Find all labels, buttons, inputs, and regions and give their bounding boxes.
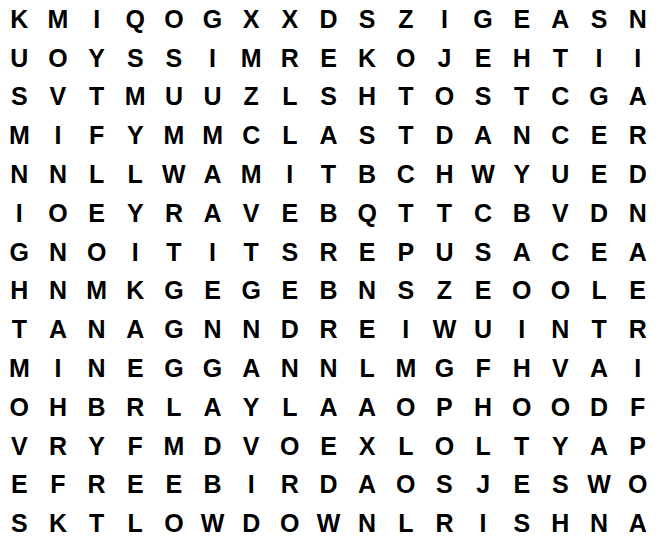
- grid-cell[interactable]: N: [0, 155, 39, 194]
- grid-cell[interactable]: N: [348, 504, 387, 543]
- grid-cell[interactable]: H: [502, 39, 541, 78]
- grid-cell[interactable]: A: [309, 388, 348, 427]
- grid-cell[interactable]: E: [309, 427, 348, 466]
- grid-cell[interactable]: A: [618, 504, 657, 543]
- grid-cell[interactable]: T: [502, 78, 541, 117]
- grid-cell[interactable]: N: [193, 310, 232, 349]
- grid-cell[interactable]: A: [116, 310, 155, 349]
- grid-cell[interactable]: S: [425, 465, 464, 504]
- grid-cell[interactable]: E: [348, 310, 387, 349]
- grid-cell[interactable]: N: [541, 310, 580, 349]
- grid-cell[interactable]: I: [39, 349, 78, 388]
- grid-cell[interactable]: S: [386, 271, 425, 310]
- grid-cell[interactable]: A: [348, 388, 387, 427]
- grid-cell[interactable]: Q: [116, 0, 155, 39]
- grid-cell[interactable]: I: [502, 310, 541, 349]
- grid-cell[interactable]: O: [77, 233, 116, 272]
- grid-cell[interactable]: D: [232, 504, 271, 543]
- grid-cell[interactable]: E: [116, 349, 155, 388]
- grid-cell[interactable]: I: [77, 0, 116, 39]
- grid-cell[interactable]: E: [116, 465, 155, 504]
- grid-cell[interactable]: O: [271, 427, 310, 466]
- grid-cell[interactable]: Y: [77, 39, 116, 78]
- grid-cell[interactable]: A: [193, 194, 232, 233]
- grid-cell[interactable]: I: [618, 349, 657, 388]
- grid-cell[interactable]: G: [193, 0, 232, 39]
- grid-cell[interactable]: E: [77, 194, 116, 233]
- grid-cell[interactable]: R: [271, 465, 310, 504]
- grid-cell[interactable]: M: [116, 78, 155, 117]
- grid-cell[interactable]: X: [271, 0, 310, 39]
- grid-cell[interactable]: L: [116, 155, 155, 194]
- grid-cell[interactable]: T: [541, 39, 580, 78]
- grid-cell[interactable]: E: [464, 271, 503, 310]
- grid-cell[interactable]: M: [77, 271, 116, 310]
- grid-cell[interactable]: I: [386, 310, 425, 349]
- grid-cell[interactable]: E: [580, 155, 619, 194]
- grid-cell[interactable]: N: [309, 349, 348, 388]
- grid-cell[interactable]: O: [0, 388, 39, 427]
- grid-cell[interactable]: D: [193, 427, 232, 466]
- grid-cell[interactable]: N: [39, 271, 78, 310]
- grid-cell[interactable]: E: [502, 0, 541, 39]
- grid-cell[interactable]: O: [541, 271, 580, 310]
- grid-cell[interactable]: D: [618, 155, 657, 194]
- grid-cell[interactable]: Y: [502, 155, 541, 194]
- grid-cell[interactable]: K: [116, 271, 155, 310]
- grid-cell[interactable]: Z: [386, 0, 425, 39]
- grid-cell[interactable]: E: [502, 465, 541, 504]
- grid-cell[interactable]: C: [541, 116, 580, 155]
- grid-cell[interactable]: I: [193, 233, 232, 272]
- grid-cell[interactable]: I: [580, 39, 619, 78]
- grid-cell[interactable]: F: [464, 349, 503, 388]
- grid-cell[interactable]: G: [155, 349, 194, 388]
- grid-cell[interactable]: P: [618, 427, 657, 466]
- grid-cell[interactable]: U: [464, 310, 503, 349]
- grid-cell[interactable]: G: [580, 78, 619, 117]
- grid-cell[interactable]: D: [425, 116, 464, 155]
- grid-cell[interactable]: L: [386, 427, 425, 466]
- grid-cell[interactable]: O: [271, 504, 310, 543]
- grid-cell[interactable]: L: [271, 78, 310, 117]
- grid-cell[interactable]: X: [348, 427, 387, 466]
- grid-cell[interactable]: D: [309, 465, 348, 504]
- grid-cell[interactable]: N: [618, 194, 657, 233]
- grid-cell[interactable]: T: [309, 155, 348, 194]
- grid-cell[interactable]: L: [464, 427, 503, 466]
- grid-cell[interactable]: Y: [116, 116, 155, 155]
- grid-cell[interactable]: L: [116, 504, 155, 543]
- grid-cell[interactable]: O: [425, 78, 464, 117]
- grid-cell[interactable]: L: [386, 504, 425, 543]
- grid-cell[interactable]: S: [271, 233, 310, 272]
- grid-cell[interactable]: B: [348, 155, 387, 194]
- grid-cell[interactable]: M: [155, 427, 194, 466]
- grid-cell[interactable]: U: [425, 233, 464, 272]
- grid-cell[interactable]: T: [386, 116, 425, 155]
- grid-cell[interactable]: A: [464, 116, 503, 155]
- grid-cell[interactable]: C: [232, 116, 271, 155]
- grid-cell[interactable]: N: [618, 0, 657, 39]
- grid-cell[interactable]: G: [0, 233, 39, 272]
- grid-cell[interactable]: T: [77, 78, 116, 117]
- grid-cell[interactable]: E: [580, 233, 619, 272]
- grid-cell[interactable]: E: [348, 233, 387, 272]
- grid-cell[interactable]: S: [580, 0, 619, 39]
- grid-cell[interactable]: T: [580, 310, 619, 349]
- grid-cell[interactable]: T: [0, 310, 39, 349]
- grid-cell[interactable]: P: [386, 233, 425, 272]
- grid-cell[interactable]: B: [309, 271, 348, 310]
- grid-cell[interactable]: R: [39, 427, 78, 466]
- grid-cell[interactable]: L: [271, 116, 310, 155]
- grid-cell[interactable]: W: [155, 155, 194, 194]
- grid-cell[interactable]: M: [193, 116, 232, 155]
- grid-cell[interactable]: I: [618, 39, 657, 78]
- grid-cell[interactable]: A: [39, 310, 78, 349]
- grid-cell[interactable]: E: [309, 39, 348, 78]
- grid-cell[interactable]: V: [541, 194, 580, 233]
- grid-cell[interactable]: R: [309, 233, 348, 272]
- grid-cell[interactable]: A: [348, 465, 387, 504]
- grid-cell[interactable]: E: [580, 116, 619, 155]
- grid-cell[interactable]: O: [502, 271, 541, 310]
- grid-cell[interactable]: Z: [232, 78, 271, 117]
- grid-cell[interactable]: A: [309, 116, 348, 155]
- grid-cell[interactable]: G: [464, 0, 503, 39]
- grid-cell[interactable]: V: [39, 78, 78, 117]
- grid-cell[interactable]: U: [0, 39, 39, 78]
- grid-cell[interactable]: S: [116, 39, 155, 78]
- grid-cell[interactable]: E: [0, 465, 39, 504]
- grid-cell[interactable]: V: [232, 427, 271, 466]
- grid-cell[interactable]: G: [155, 310, 194, 349]
- grid-cell[interactable]: B: [502, 194, 541, 233]
- grid-cell[interactable]: Y: [77, 427, 116, 466]
- grid-cell[interactable]: L: [271, 388, 310, 427]
- grid-cell[interactable]: S: [155, 39, 194, 78]
- grid-cell[interactable]: O: [618, 465, 657, 504]
- grid-cell[interactable]: N: [271, 349, 310, 388]
- grid-cell[interactable]: M: [0, 116, 39, 155]
- grid-cell[interactable]: N: [232, 310, 271, 349]
- grid-cell[interactable]: O: [386, 465, 425, 504]
- grid-cell[interactable]: O: [155, 504, 194, 543]
- grid-cell[interactable]: T: [386, 78, 425, 117]
- grid-cell[interactable]: N: [580, 504, 619, 543]
- grid-cell[interactable]: E: [271, 194, 310, 233]
- grid-cell[interactable]: G: [193, 349, 232, 388]
- grid-cell[interactable]: Q: [348, 194, 387, 233]
- grid-cell[interactable]: A: [618, 78, 657, 117]
- grid-cell[interactable]: R: [425, 504, 464, 543]
- grid-cell[interactable]: G: [232, 271, 271, 310]
- grid-cell[interactable]: S: [0, 504, 39, 543]
- grid-cell[interactable]: X: [232, 0, 271, 39]
- grid-cell[interactable]: B: [309, 194, 348, 233]
- grid-cell[interactable]: L: [77, 155, 116, 194]
- grid-cell[interactable]: W: [580, 465, 619, 504]
- grid-cell[interactable]: I: [193, 39, 232, 78]
- grid-cell[interactable]: H: [39, 388, 78, 427]
- grid-cell[interactable]: A: [232, 349, 271, 388]
- grid-cell[interactable]: T: [77, 504, 116, 543]
- grid-cell[interactable]: S: [502, 504, 541, 543]
- grid-cell[interactable]: A: [580, 427, 619, 466]
- grid-cell[interactable]: A: [193, 388, 232, 427]
- grid-cell[interactable]: E: [618, 271, 657, 310]
- grid-cell[interactable]: I: [0, 194, 39, 233]
- grid-cell[interactable]: L: [348, 349, 387, 388]
- grid-cell[interactable]: K: [39, 504, 78, 543]
- grid-cell[interactable]: E: [155, 465, 194, 504]
- grid-cell[interactable]: D: [580, 194, 619, 233]
- grid-cell[interactable]: I: [464, 504, 503, 543]
- grid-cell[interactable]: K: [0, 0, 39, 39]
- grid-cell[interactable]: K: [348, 39, 387, 78]
- grid-cell[interactable]: S: [348, 0, 387, 39]
- grid-cell[interactable]: H: [348, 78, 387, 117]
- grid-cell[interactable]: L: [155, 388, 194, 427]
- grid-cell[interactable]: O: [541, 388, 580, 427]
- grid-cell[interactable]: R: [618, 116, 657, 155]
- grid-cell[interactable]: U: [541, 155, 580, 194]
- grid-cell[interactable]: N: [77, 349, 116, 388]
- grid-cell[interactable]: C: [541, 233, 580, 272]
- grid-cell[interactable]: R: [271, 39, 310, 78]
- grid-cell[interactable]: A: [193, 155, 232, 194]
- grid-cell[interactable]: A: [541, 0, 580, 39]
- grid-cell[interactable]: I: [425, 0, 464, 39]
- grid-cell[interactable]: R: [116, 388, 155, 427]
- grid-cell[interactable]: D: [309, 0, 348, 39]
- grid-cell[interactable]: M: [232, 155, 271, 194]
- grid-cell[interactable]: A: [618, 233, 657, 272]
- grid-cell[interactable]: C: [541, 78, 580, 117]
- grid-cell[interactable]: S: [464, 78, 503, 117]
- grid-cell[interactable]: S: [0, 78, 39, 117]
- grid-cell[interactable]: I: [116, 233, 155, 272]
- grid-cell[interactable]: E: [193, 271, 232, 310]
- grid-cell[interactable]: I: [39, 116, 78, 155]
- grid-cell[interactable]: A: [580, 349, 619, 388]
- grid-cell[interactable]: R: [77, 465, 116, 504]
- grid-cell[interactable]: P: [425, 388, 464, 427]
- grid-cell[interactable]: W: [309, 504, 348, 543]
- grid-cell[interactable]: J: [464, 465, 503, 504]
- grid-cell[interactable]: S: [464, 233, 503, 272]
- grid-cell[interactable]: N: [39, 155, 78, 194]
- grid-cell[interactable]: Y: [232, 388, 271, 427]
- grid-cell[interactable]: Z: [425, 271, 464, 310]
- grid-cell[interactable]: F: [116, 427, 155, 466]
- grid-cell[interactable]: O: [155, 0, 194, 39]
- grid-cell[interactable]: H: [425, 155, 464, 194]
- grid-cell[interactable]: S: [348, 116, 387, 155]
- grid-cell[interactable]: V: [0, 427, 39, 466]
- grid-cell[interactable]: A: [502, 233, 541, 272]
- grid-cell[interactable]: N: [502, 116, 541, 155]
- word-search-grid: KMIQOGXXDSZIGEASNUOYSSIMREKOJEHTIISVTMUU…: [0, 0, 657, 543]
- grid-cell[interactable]: F: [39, 465, 78, 504]
- grid-cell[interactable]: C: [464, 194, 503, 233]
- grid-cell[interactable]: B: [77, 388, 116, 427]
- grid-cell[interactable]: W: [425, 310, 464, 349]
- grid-cell[interactable]: W: [464, 155, 503, 194]
- grid-cell[interactable]: Y: [116, 194, 155, 233]
- grid-cell[interactable]: W: [193, 504, 232, 543]
- grid-cell[interactable]: V: [541, 349, 580, 388]
- grid-cell[interactable]: M: [155, 116, 194, 155]
- grid-cell[interactable]: V: [232, 194, 271, 233]
- grid-cell[interactable]: R: [618, 310, 657, 349]
- grid-cell[interactable]: Y: [541, 427, 580, 466]
- grid-cell[interactable]: M: [232, 39, 271, 78]
- grid-cell[interactable]: H: [0, 271, 39, 310]
- grid-cell[interactable]: C: [386, 155, 425, 194]
- grid-cell[interactable]: H: [541, 504, 580, 543]
- grid-cell[interactable]: M: [386, 349, 425, 388]
- grid-cell[interactable]: M: [39, 0, 78, 39]
- grid-cell[interactable]: F: [77, 116, 116, 155]
- grid-cell[interactable]: T: [386, 194, 425, 233]
- grid-cell[interactable]: G: [155, 271, 194, 310]
- grid-cell[interactable]: O: [502, 388, 541, 427]
- grid-cell[interactable]: O: [39, 194, 78, 233]
- grid-cell[interactable]: D: [580, 388, 619, 427]
- grid-cell[interactable]: J: [425, 39, 464, 78]
- grid-cell[interactable]: N: [39, 233, 78, 272]
- grid-cell[interactable]: G: [425, 349, 464, 388]
- grid-cell[interactable]: H: [502, 349, 541, 388]
- grid-cell[interactable]: B: [193, 465, 232, 504]
- grid-cell[interactable]: E: [271, 271, 310, 310]
- grid-cell[interactable]: T: [502, 427, 541, 466]
- grid-cell[interactable]: N: [77, 310, 116, 349]
- grid-cell[interactable]: N: [348, 271, 387, 310]
- grid-cell[interactable]: S: [541, 465, 580, 504]
- grid-cell[interactable]: R: [309, 310, 348, 349]
- grid-cell[interactable]: R: [155, 194, 194, 233]
- grid-cell[interactable]: E: [464, 39, 503, 78]
- grid-cell[interactable]: U: [193, 78, 232, 117]
- grid-cell[interactable]: S: [309, 78, 348, 117]
- grid-cell[interactable]: D: [271, 310, 310, 349]
- grid-cell[interactable]: U: [155, 78, 194, 117]
- grid-cell[interactable]: M: [0, 349, 39, 388]
- grid-cell[interactable]: F: [618, 388, 657, 427]
- grid-cell[interactable]: O: [425, 427, 464, 466]
- grid-cell[interactable]: O: [386, 39, 425, 78]
- grid-cell[interactable]: H: [464, 388, 503, 427]
- grid-cell[interactable]: I: [271, 155, 310, 194]
- grid-cell[interactable]: T: [232, 233, 271, 272]
- grid-cell[interactable]: O: [386, 388, 425, 427]
- grid-cell[interactable]: I: [232, 465, 271, 504]
- grid-cell[interactable]: T: [155, 233, 194, 272]
- grid-cell[interactable]: T: [425, 194, 464, 233]
- grid-cell[interactable]: L: [580, 271, 619, 310]
- grid-cell[interactable]: O: [39, 39, 78, 78]
